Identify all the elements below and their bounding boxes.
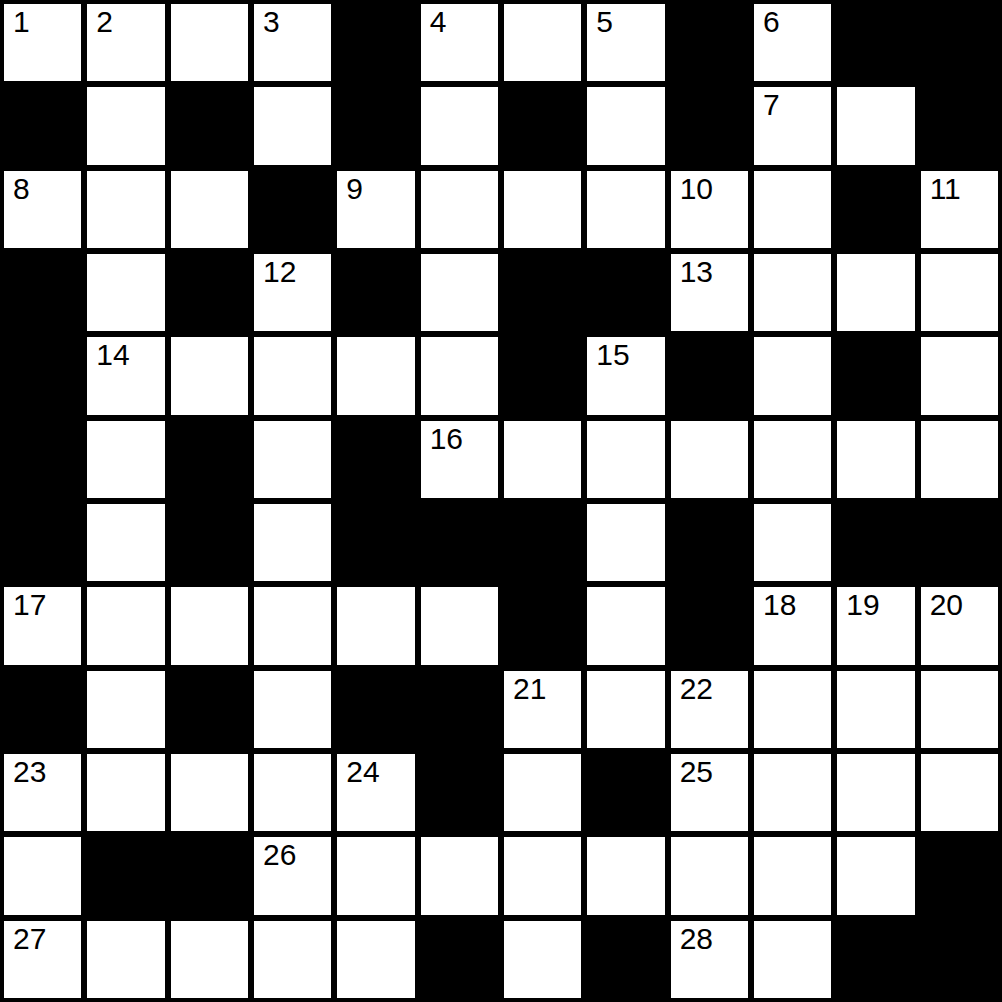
block-cell-r5c2 (168, 418, 251, 501)
block-cell-r3c2 (168, 251, 251, 334)
clue-number: 21 (513, 674, 546, 704)
letter-cell-r4c4[interactable] (334, 334, 417, 417)
letter-cell-r10c7[interactable] (584, 834, 667, 917)
clue-number: 7 (763, 90, 780, 120)
block-cell-r6c11 (918, 501, 1001, 584)
clue-number: 10 (680, 174, 713, 204)
letter-cell-r0c1[interactable]: 2 (84, 1, 167, 84)
letter-cell-r5c7[interactable] (584, 418, 667, 501)
letter-cell-r2c1[interactable] (84, 168, 167, 251)
letter-cell-r0c5[interactable]: 4 (418, 1, 501, 84)
letter-cell-r9c4[interactable]: 24 (334, 751, 417, 834)
letter-cell-r2c6[interactable] (501, 168, 584, 251)
letter-cell-r0c3[interactable]: 3 (251, 1, 334, 84)
crossword-grid: 1234567891011121314151617181920212223242… (0, 0, 1002, 1002)
clue-number: 15 (596, 340, 629, 370)
clue-number: 9 (346, 174, 363, 204)
letter-cell-r2c0[interactable]: 8 (1, 168, 84, 251)
letter-cell-r9c10[interactable] (834, 751, 917, 834)
letter-cell-r3c9[interactable] (751, 251, 834, 334)
clue-number: 24 (346, 757, 379, 787)
letter-cell-r2c4[interactable]: 9 (334, 168, 417, 251)
letter-cell-r5c3[interactable] (251, 418, 334, 501)
block-cell-r3c7 (584, 251, 667, 334)
block-cell-r4c0 (1, 334, 84, 417)
letter-cell-r10c10[interactable] (834, 834, 917, 917)
block-cell-r8c0 (1, 668, 84, 751)
block-cell-r1c6 (501, 84, 584, 167)
letter-cell-r2c11[interactable]: 11 (918, 168, 1001, 251)
block-cell-r0c4 (334, 1, 417, 84)
letter-cell-r8c7[interactable] (584, 668, 667, 751)
block-cell-r1c0 (1, 84, 84, 167)
letter-cell-r10c8[interactable] (668, 834, 751, 917)
block-cell-r8c4 (334, 668, 417, 751)
letter-cell-r3c10[interactable] (834, 251, 917, 334)
letter-cell-r10c3[interactable]: 26 (251, 834, 334, 917)
letter-cell-r1c7[interactable] (584, 84, 667, 167)
letter-cell-r2c5[interactable] (418, 168, 501, 251)
clue-number: 14 (96, 340, 129, 370)
letter-cell-r6c3[interactable] (251, 501, 334, 584)
block-cell-r8c2 (168, 668, 251, 751)
letter-cell-r1c3[interactable] (251, 84, 334, 167)
block-cell-r3c0 (1, 251, 84, 334)
letter-cell-r7c10[interactable]: 19 (834, 584, 917, 667)
letter-cell-r8c9[interactable] (751, 668, 834, 751)
block-cell-r10c1 (84, 834, 167, 917)
block-cell-r6c2 (168, 501, 251, 584)
letter-cell-r3c8[interactable]: 13 (668, 251, 751, 334)
letter-cell-r7c3[interactable] (251, 584, 334, 667)
block-cell-r5c4 (334, 418, 417, 501)
block-cell-r2c10 (834, 168, 917, 251)
letter-cell-r8c1[interactable] (84, 668, 167, 751)
block-cell-r2c3 (251, 168, 334, 251)
letter-cell-r6c1[interactable] (84, 501, 167, 584)
letter-cell-r5c1[interactable] (84, 418, 167, 501)
letter-cell-r9c9[interactable] (751, 751, 834, 834)
clue-number: 16 (430, 424, 463, 454)
block-cell-r0c11 (918, 1, 1001, 84)
block-cell-r7c6 (501, 584, 584, 667)
letter-cell-r10c9[interactable] (751, 834, 834, 917)
clue-number: 12 (263, 257, 296, 287)
letter-cell-r7c11[interactable]: 20 (918, 584, 1001, 667)
clue-number: 25 (680, 757, 713, 787)
clue-number: 28 (680, 924, 713, 954)
letter-cell-r4c2[interactable] (168, 334, 251, 417)
letter-cell-r5c10[interactable] (834, 418, 917, 501)
letter-cell-r9c3[interactable] (251, 751, 334, 834)
clue-number: 1 (13, 7, 30, 37)
clue-number: 5 (596, 7, 613, 37)
clue-number: 27 (13, 924, 46, 954)
letter-cell-r9c0[interactable]: 23 (1, 751, 84, 834)
letter-cell-r0c7[interactable]: 5 (584, 1, 667, 84)
letter-cell-r5c11[interactable] (918, 418, 1001, 501)
letter-cell-r0c9[interactable]: 6 (751, 1, 834, 84)
block-cell-r6c4 (334, 501, 417, 584)
block-cell-r6c6 (501, 501, 584, 584)
block-cell-r11c7 (584, 918, 667, 1001)
letter-cell-r7c4[interactable] (334, 584, 417, 667)
clue-number: 20 (930, 590, 963, 620)
block-cell-r8c5 (418, 668, 501, 751)
letter-cell-r8c10[interactable] (834, 668, 917, 751)
clue-number: 2 (96, 7, 113, 37)
clue-number: 19 (846, 590, 879, 620)
block-cell-r6c10 (834, 501, 917, 584)
clue-number: 6 (763, 7, 780, 37)
letter-cell-r2c9[interactable] (751, 168, 834, 251)
letter-cell-r10c4[interactable] (334, 834, 417, 917)
block-cell-r4c10 (834, 334, 917, 417)
letter-cell-r8c8[interactable]: 22 (668, 668, 751, 751)
letter-cell-r11c6[interactable] (501, 918, 584, 1001)
block-cell-r6c8 (668, 501, 751, 584)
block-cell-r1c2 (168, 84, 251, 167)
letter-cell-r11c1[interactable] (84, 918, 167, 1001)
letter-cell-r4c1[interactable]: 14 (84, 334, 167, 417)
letter-cell-r3c1[interactable] (84, 251, 167, 334)
clue-number: 18 (763, 590, 796, 620)
block-cell-r4c8 (668, 334, 751, 417)
letter-cell-r2c8[interactable]: 10 (668, 168, 751, 251)
clue-number: 26 (263, 840, 296, 870)
block-cell-r7c8 (668, 584, 751, 667)
clue-number: 8 (13, 174, 30, 204)
clue-number: 17 (13, 590, 46, 620)
letter-cell-r11c0[interactable]: 27 (1, 918, 84, 1001)
letter-cell-r8c11[interactable] (918, 668, 1001, 751)
letter-cell-r9c8[interactable]: 25 (668, 751, 751, 834)
letter-cell-r11c2[interactable] (168, 918, 251, 1001)
clue-number: 23 (13, 757, 46, 787)
clue-number: 4 (430, 7, 447, 37)
letter-cell-r0c6[interactable] (501, 1, 584, 84)
letter-cell-r7c7[interactable] (584, 584, 667, 667)
letter-cell-r7c1[interactable] (84, 584, 167, 667)
letter-cell-r1c9[interactable]: 7 (751, 84, 834, 167)
block-cell-r9c5 (418, 751, 501, 834)
letter-cell-r0c0[interactable]: 1 (1, 1, 84, 84)
clue-number: 13 (680, 257, 713, 287)
letter-cell-r9c6[interactable] (501, 751, 584, 834)
letter-cell-r2c2[interactable] (168, 168, 251, 251)
block-cell-r11c10 (834, 918, 917, 1001)
letter-cell-r2c7[interactable] (584, 168, 667, 251)
clue-number: 3 (263, 7, 280, 37)
letter-cell-r4c3[interactable] (251, 334, 334, 417)
letter-cell-r7c2[interactable] (168, 584, 251, 667)
letter-cell-r7c5[interactable] (418, 584, 501, 667)
block-cell-r11c11 (918, 918, 1001, 1001)
block-cell-r5c0 (1, 418, 84, 501)
letter-cell-r5c9[interactable] (751, 418, 834, 501)
letter-cell-r9c1[interactable] (84, 751, 167, 834)
letter-cell-r5c6[interactable] (501, 418, 584, 501)
letter-cell-r0c2[interactable] (168, 1, 251, 84)
letter-cell-r8c3[interactable] (251, 668, 334, 751)
letter-cell-r3c5[interactable] (418, 251, 501, 334)
letter-cell-r4c11[interactable] (918, 334, 1001, 417)
block-cell-r3c4 (334, 251, 417, 334)
letter-cell-r11c4[interactable] (334, 918, 417, 1001)
letter-cell-r4c5[interactable] (418, 334, 501, 417)
letter-cell-r10c0[interactable] (1, 834, 84, 917)
letter-cell-r9c11[interactable] (918, 751, 1001, 834)
letter-cell-r6c7[interactable] (584, 501, 667, 584)
letter-cell-r5c5[interactable]: 16 (418, 418, 501, 501)
block-cell-r0c8 (668, 1, 751, 84)
letter-cell-r10c6[interactable] (501, 834, 584, 917)
letter-cell-r7c0[interactable]: 17 (1, 584, 84, 667)
block-cell-r1c4 (334, 84, 417, 167)
block-cell-r1c8 (668, 84, 751, 167)
letter-cell-r6c9[interactable] (751, 501, 834, 584)
letter-cell-r1c1[interactable] (84, 84, 167, 167)
letter-cell-r11c9[interactable] (751, 918, 834, 1001)
letter-cell-r8c6[interactable]: 21 (501, 668, 584, 751)
letter-cell-r9c2[interactable] (168, 751, 251, 834)
letter-cell-r4c9[interactable] (751, 334, 834, 417)
block-cell-r9c7 (584, 751, 667, 834)
block-cell-r11c5 (418, 918, 501, 1001)
clue-number: 22 (680, 674, 713, 704)
letter-cell-r11c3[interactable] (251, 918, 334, 1001)
block-cell-r6c5 (418, 501, 501, 584)
letter-cell-r10c5[interactable] (418, 834, 501, 917)
letter-cell-r7c9[interactable]: 18 (751, 584, 834, 667)
block-cell-r6c0 (1, 501, 84, 584)
block-cell-r4c6 (501, 334, 584, 417)
letter-cell-r3c3[interactable]: 12 (251, 251, 334, 334)
letter-cell-r3c11[interactable] (918, 251, 1001, 334)
letter-cell-r11c8[interactable]: 28 (668, 918, 751, 1001)
letter-cell-r5c8[interactable] (668, 418, 751, 501)
letter-cell-r1c10[interactable] (834, 84, 917, 167)
block-cell-r1c11 (918, 84, 1001, 167)
block-cell-r3c6 (501, 251, 584, 334)
block-cell-r10c2 (168, 834, 251, 917)
clue-number: 11 (930, 174, 961, 204)
block-cell-r0c10 (834, 1, 917, 84)
letter-cell-r4c7[interactable]: 15 (584, 334, 667, 417)
block-cell-r10c11 (918, 834, 1001, 917)
letter-cell-r1c5[interactable] (418, 84, 501, 167)
